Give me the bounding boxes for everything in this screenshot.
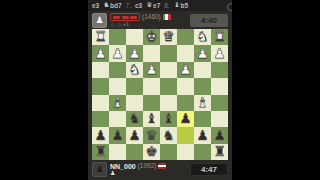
black-king-e8[interactable]: ♚: [145, 145, 157, 159]
black-rook-a8[interactable]: ♜: [213, 145, 225, 159]
square-g8[interactable]: [109, 144, 126, 160]
opponent-username-redacted: [110, 13, 140, 21]
white-knight-b1[interactable]: ♞: [196, 30, 208, 44]
opponent-clock: 4:40: [190, 14, 228, 27]
square-e6[interactable]: ♝: [143, 111, 160, 127]
opponent-avatar[interactable]: ♟: [92, 13, 107, 28]
square-d4[interactable]: [160, 78, 177, 94]
italy-flag-icon: [163, 14, 171, 20]
square-c4[interactable]: [177, 78, 194, 94]
white-pawn-b2[interactable]: ♟: [196, 46, 208, 60]
square-e1[interactable]: ♚: [143, 29, 160, 45]
queen-move-icon: ♛: [146, 2, 152, 9]
square-a8[interactable]: ♜: [211, 144, 228, 160]
white-king-e1[interactable]: ♚: [145, 30, 157, 44]
square-f1[interactable]: [126, 29, 143, 45]
white-pawn-f2[interactable]: ♟: [128, 46, 140, 60]
square-b5[interactable]: ♝: [194, 95, 211, 111]
square-a3[interactable]: [211, 62, 228, 78]
move-number[interactable]: 8.: [164, 2, 169, 9]
square-c3[interactable]: ♟: [177, 62, 194, 78]
square-b1[interactable]: ♞: [194, 29, 211, 45]
square-g4[interactable]: [109, 78, 126, 94]
square-f3[interactable]: ♞: [126, 62, 143, 78]
square-e7[interactable]: ♛: [143, 127, 160, 143]
own-avatar[interactable]: ♟: [92, 162, 107, 177]
square-g1[interactable]: [109, 29, 126, 45]
square-b7[interactable]: ♟: [194, 127, 211, 143]
square-f7[interactable]: ♟: [126, 127, 143, 143]
square-a1[interactable]: ♜: [211, 29, 228, 45]
black-bishop-e6[interactable]: ♝: [145, 112, 157, 126]
black-pawn-h7[interactable]: ♟: [94, 128, 106, 142]
square-e5[interactable]: [143, 95, 160, 111]
bishop-move-icon: ♝: [174, 2, 180, 9]
latvia-flag-icon: [158, 163, 166, 169]
square-e8[interactable]: ♚: [143, 144, 160, 160]
chess-board[interactable]: ♜♚♛♞♜♟♟♟♟♟♞♟♟♝♝♞♝♝♟♟♟♟♛♞♟♟♜♚♜: [92, 29, 228, 160]
opponent-rating: (1460): [142, 14, 161, 21]
square-h8[interactable]: ♜: [92, 144, 109, 160]
black-knight-f6[interactable]: ♞: [128, 112, 140, 126]
white-rook-h1[interactable]: ♜: [94, 30, 106, 44]
white-pawn-c3[interactable]: ♟: [179, 63, 191, 77]
square-h7[interactable]: ♟: [92, 127, 109, 143]
knight-move-icon: ♞: [103, 2, 109, 9]
square-h3[interactable]: [92, 62, 109, 78]
square-d7[interactable]: ♞: [160, 127, 177, 143]
square-a6[interactable]: [211, 111, 228, 127]
square-c1[interactable]: [177, 29, 194, 45]
square-d5[interactable]: [160, 95, 177, 111]
white-knight-f3[interactable]: ♞: [128, 63, 140, 77]
square-d2[interactable]: [160, 45, 177, 61]
square-c8[interactable]: [177, 144, 194, 160]
move-item[interactable]: e3: [92, 2, 99, 9]
square-f6[interactable]: ♞: [126, 111, 143, 127]
move-item[interactable]: ♛e7: [146, 2, 160, 9]
square-a4[interactable]: [211, 78, 228, 94]
black-pawn-c6[interactable]: ♟: [179, 112, 191, 126]
square-a2[interactable]: ♟: [211, 45, 228, 61]
captured-white-pawn-icon: ♟: [110, 170, 115, 176]
square-d6[interactable]: ♝: [160, 111, 177, 127]
square-h6[interactable]: [92, 111, 109, 127]
square-c5[interactable]: [177, 95, 194, 111]
white-pawn-g2[interactable]: ♟: [111, 46, 123, 60]
square-c6[interactable]: ♟: [177, 111, 194, 127]
move-item[interactable]: ♞bd7: [103, 2, 121, 9]
square-g6[interactable]: [109, 111, 126, 127]
square-h2[interactable]: ♟: [92, 45, 109, 61]
square-c2[interactable]: [177, 45, 194, 61]
square-e3[interactable]: ♟: [143, 62, 160, 78]
black-bishop-d6[interactable]: ♝: [162, 112, 174, 126]
square-f4[interactable]: [126, 78, 143, 94]
square-d3[interactable]: [160, 62, 177, 78]
square-e2[interactable]: [143, 45, 160, 61]
material-score: +1: [123, 22, 129, 28]
white-pawn-h2[interactable]: ♟: [94, 46, 106, 60]
square-f8[interactable]: [126, 144, 143, 160]
black-rook-h8[interactable]: ♜: [94, 145, 106, 159]
captured-black-pawn-icon: ♟: [110, 22, 115, 28]
black-knight-d7[interactable]: ♞: [162, 128, 174, 142]
square-h5[interactable]: [92, 95, 109, 111]
square-a5[interactable]: [211, 95, 228, 111]
square-d1[interactable]: ♛: [160, 29, 177, 45]
white-bishop-g5[interactable]: ♝: [111, 95, 123, 109]
white-rook-a1[interactable]: ♜: [213, 30, 225, 44]
square-g7[interactable]: ♟: [109, 127, 126, 143]
chess-app-window: e3♞bd77.c3♛e78.♝b5 ♟ (1460) ♟♟+1 4:40 ♜♚…: [88, 0, 232, 180]
square-a7[interactable]: ♟: [211, 127, 228, 143]
square-f5[interactable]: [126, 95, 143, 111]
square-c7[interactable]: [177, 127, 194, 143]
screenshot-stage: e3♞bd77.c3♛e78.♝b5 ♟ (1460) ♟♟+1 4:40 ♜♚…: [0, 0, 320, 180]
black-pawn-a7[interactable]: ♟: [213, 128, 225, 142]
move-list-edge-icon[interactable]: [227, 3, 232, 11]
square-b8[interactable]: [194, 144, 211, 160]
own-info: NN_000 (1992) ♟: [110, 163, 187, 176]
white-bishop-b5[interactable]: ♝: [196, 95, 208, 109]
move-item[interactable]: c3: [135, 2, 142, 9]
square-g2[interactable]: ♟: [109, 45, 126, 61]
white-queen-d1[interactable]: ♛: [162, 30, 174, 44]
square-b4[interactable]: [194, 78, 211, 94]
square-h4[interactable]: [92, 78, 109, 94]
square-g3[interactable]: [109, 62, 126, 78]
black-pawn-b7[interactable]: ♟: [196, 128, 208, 142]
own-rating: (1992): [138, 163, 157, 170]
white-pawn-e3[interactable]: ♟: [145, 63, 157, 77]
own-captured-pieces: ♟: [110, 171, 187, 176]
square-b2[interactable]: ♟: [194, 45, 211, 61]
square-e4[interactable]: [143, 78, 160, 94]
opponent-player-bar[interactable]: ♟ (1460) ♟♟+1 4:40: [88, 11, 232, 29]
move-list-bar[interactable]: e3♞bd77.c3♛e78.♝b5: [88, 0, 232, 11]
black-pawn-f7[interactable]: ♟: [128, 128, 140, 142]
square-b6[interactable]: [194, 111, 211, 127]
own-clock: 4:47: [190, 163, 228, 176]
square-b3[interactable]: [194, 62, 211, 78]
opponent-captured-pieces: ♟♟+1: [110, 22, 187, 27]
square-d8[interactable]: [160, 144, 177, 160]
opponent-info: (1460) ♟♟+1: [110, 13, 187, 27]
black-queen-e7[interactable]: ♛: [145, 128, 157, 142]
captured-black-pawn-icon: ♟: [116, 22, 121, 28]
square-g5[interactable]: ♝: [109, 95, 126, 111]
black-pawn-g7[interactable]: ♟: [111, 128, 123, 142]
move-item[interactable]: ♝b5: [174, 2, 188, 9]
white-pawn-a2[interactable]: ♟: [213, 46, 225, 60]
move-number[interactable]: 7.: [126, 2, 131, 9]
square-h1[interactable]: ♜: [92, 29, 109, 45]
square-f2[interactable]: ♟: [126, 45, 143, 61]
own-player-bar[interactable]: ♟ NN_000 (1992) ♟ 4:47: [88, 160, 232, 178]
